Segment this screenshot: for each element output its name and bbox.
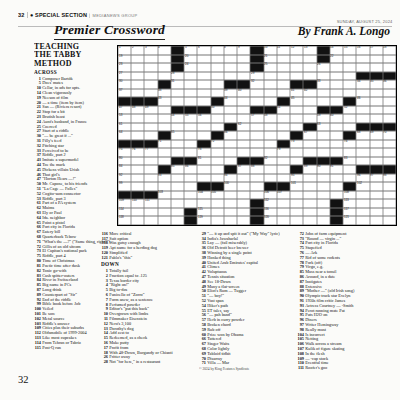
- grid-cell[interactable]: [356, 216, 369, 225]
- grid-cell[interactable]: [211, 157, 224, 166]
- grid-cell[interactable]: [383, 199, 396, 208]
- grid-cell[interactable]: [343, 174, 356, 183]
- grid-cell[interactable]: [290, 157, 303, 166]
- grid-cell[interactable]: 35: [370, 80, 383, 89]
- grid-cell[interactable]: [237, 216, 250, 225]
- grid-cell[interactable]: [277, 72, 290, 81]
- grid-cell[interactable]: [303, 216, 316, 225]
- grid-cell[interactable]: [184, 131, 197, 140]
- grid-cell[interactable]: [250, 191, 263, 200]
- grid-cell[interactable]: [356, 208, 369, 217]
- grid-cell[interactable]: [303, 199, 316, 208]
- grid-cell[interactable]: [144, 131, 157, 140]
- grid-cell[interactable]: [370, 157, 383, 166]
- grid-cell[interactable]: [383, 191, 396, 200]
- grid-cell[interactable]: [330, 191, 343, 200]
- grid-cell[interactable]: [356, 199, 369, 208]
- grid-cell[interactable]: [303, 106, 316, 115]
- grid-cell[interactable]: [237, 131, 250, 140]
- grid-cell[interactable]: [224, 208, 237, 217]
- grid-cell[interactable]: 57: [250, 114, 263, 123]
- grid-cell[interactable]: [343, 165, 356, 174]
- grid-cell[interactable]: [144, 80, 157, 89]
- grid-cell[interactable]: [277, 80, 290, 89]
- grid-cell[interactable]: [290, 114, 303, 123]
- grid-cell[interactable]: [370, 208, 383, 217]
- grid-cell[interactable]: 16: [356, 46, 369, 55]
- grid-cell[interactable]: [184, 123, 197, 132]
- grid-cell[interactable]: [303, 97, 316, 106]
- grid-cell[interactable]: [317, 208, 330, 217]
- grid-cell[interactable]: [171, 140, 184, 149]
- grid-cell[interactable]: 110: [131, 199, 144, 208]
- grid-cell[interactable]: [303, 140, 316, 149]
- grid-cell[interactable]: [237, 140, 250, 149]
- grid-cell[interactable]: 34: [356, 80, 369, 89]
- grid-cell[interactable]: [144, 208, 157, 217]
- grid-cell[interactable]: [211, 80, 224, 89]
- grid-cell[interactable]: [303, 114, 316, 123]
- grid-cell[interactable]: [171, 174, 184, 183]
- grid-cell[interactable]: [303, 182, 316, 191]
- grid-cell[interactable]: 93: [158, 174, 171, 183]
- grid-cell[interactable]: [197, 97, 210, 106]
- grid-cell[interactable]: [370, 140, 383, 149]
- grid-cell[interactable]: [184, 199, 197, 208]
- grid-cell[interactable]: 9: [237, 46, 250, 55]
- grid-cell[interactable]: [224, 191, 237, 200]
- grid-cell[interactable]: 68: [356, 131, 369, 140]
- grid-cell[interactable]: 103: [158, 191, 171, 200]
- grid-cell[interactable]: 107: [277, 191, 290, 200]
- grid-cell[interactable]: 102: [356, 182, 369, 191]
- grid-cell[interactable]: [131, 72, 144, 81]
- grid-cell[interactable]: [277, 131, 290, 140]
- grid-cell[interactable]: 66: [224, 131, 237, 140]
- grid-cell[interactable]: 54: [171, 114, 184, 123]
- grid-cell[interactable]: 79: [277, 148, 290, 157]
- grid-cell[interactable]: [144, 123, 157, 132]
- grid-cell[interactable]: [330, 97, 343, 106]
- grid-cell[interactable]: [303, 72, 316, 81]
- grid-cell[interactable]: [131, 55, 144, 64]
- grid-cell[interactable]: [383, 106, 396, 115]
- grid-cell[interactable]: [317, 89, 330, 98]
- grid-cell[interactable]: [343, 72, 356, 81]
- grid-cell[interactable]: [250, 182, 263, 191]
- grid-cell[interactable]: 33: [317, 80, 330, 89]
- grid-cell[interactable]: 86: [184, 165, 197, 174]
- grid-cell[interactable]: 81: [197, 157, 210, 166]
- grid-cell[interactable]: [264, 131, 277, 140]
- grid-cell[interactable]: 91: [330, 165, 343, 174]
- grid-cell[interactable]: [131, 123, 144, 132]
- grid-cell[interactable]: 62: [237, 123, 250, 132]
- grid-cell[interactable]: [131, 89, 144, 98]
- grid-cell[interactable]: 3: [144, 46, 157, 55]
- grid-cell[interactable]: [343, 55, 356, 64]
- grid-cell[interactable]: 70: [383, 131, 396, 140]
- grid-cell[interactable]: [277, 174, 290, 183]
- grid-cell[interactable]: [330, 131, 343, 140]
- grid-cell[interactable]: [330, 140, 343, 149]
- grid-cell[interactable]: [303, 148, 316, 157]
- grid-cell[interactable]: [356, 140, 369, 149]
- grid-cell[interactable]: [131, 216, 144, 225]
- grid-cell[interactable]: [317, 97, 330, 106]
- grid-cell[interactable]: [144, 55, 157, 64]
- grid-cell[interactable]: 45: [290, 97, 303, 106]
- grid-cell[interactable]: 58: [264, 114, 277, 123]
- grid-cell[interactable]: 46: [356, 97, 369, 106]
- grid-cell[interactable]: 73: [290, 140, 303, 149]
- grid-cell[interactable]: [370, 55, 383, 64]
- grid-cell[interactable]: 52: [343, 106, 356, 115]
- grid-cell[interactable]: [330, 123, 343, 132]
- grid-cell[interactable]: [211, 216, 224, 225]
- grid-cell[interactable]: [131, 80, 144, 89]
- grid-cell[interactable]: [158, 216, 171, 225]
- grid-cell[interactable]: 119: [197, 216, 210, 225]
- grid-cell[interactable]: [356, 106, 369, 115]
- grid-cell[interactable]: [303, 63, 316, 72]
- grid-cell[interactable]: [370, 106, 383, 115]
- grid-cell[interactable]: [277, 199, 290, 208]
- grid-cell[interactable]: [158, 114, 171, 123]
- grid-cell[interactable]: [383, 148, 396, 157]
- grid-cell[interactable]: 37: [118, 89, 131, 98]
- grid-cell[interactable]: [383, 208, 396, 217]
- grid-cell[interactable]: [131, 174, 144, 183]
- grid-cell[interactable]: [144, 114, 157, 123]
- grid-cell[interactable]: 118: [118, 216, 131, 225]
- grid-cell[interactable]: [264, 97, 277, 106]
- grid-cell[interactable]: [131, 157, 144, 166]
- grid-cell[interactable]: [290, 191, 303, 200]
- grid-cell[interactable]: [144, 157, 157, 166]
- grid-cell[interactable]: [211, 123, 224, 132]
- grid-cell[interactable]: [144, 72, 157, 81]
- grid-cell[interactable]: [330, 72, 343, 81]
- grid-cell[interactable]: [237, 199, 250, 208]
- grid-cell[interactable]: [277, 114, 290, 123]
- grid-cell[interactable]: 18: [383, 46, 396, 55]
- grid-cell[interactable]: [144, 174, 157, 183]
- grid-cell[interactable]: [383, 182, 396, 191]
- grid-cell[interactable]: 120: [264, 216, 277, 225]
- grid-cell[interactable]: [224, 140, 237, 149]
- grid-cell[interactable]: [250, 89, 263, 98]
- grid-cell[interactable]: [237, 55, 250, 64]
- grid-cell[interactable]: 22: [330, 55, 343, 64]
- grid-cell[interactable]: [290, 208, 303, 217]
- grid-cell[interactable]: [356, 55, 369, 64]
- grid-cell[interactable]: [224, 106, 237, 115]
- grid-cell[interactable]: [197, 174, 210, 183]
- grid-cell[interactable]: [237, 174, 250, 183]
- grid-cell[interactable]: 13: [303, 46, 316, 55]
- grid-cell[interactable]: [370, 191, 383, 200]
- grid-cell[interactable]: 32: [250, 80, 263, 89]
- grid-cell[interactable]: 74: [343, 140, 356, 149]
- grid-cell[interactable]: [158, 72, 171, 81]
- grid-cell[interactable]: [317, 148, 330, 157]
- grid-cell[interactable]: [383, 89, 396, 98]
- grid-cell[interactable]: [131, 63, 144, 72]
- grid-cell[interactable]: [250, 148, 263, 157]
- grid-cell[interactable]: [211, 63, 224, 72]
- grid-cell[interactable]: [184, 140, 197, 149]
- grid-cell[interactable]: [158, 208, 171, 217]
- grid-cell[interactable]: 8: [224, 46, 237, 55]
- grid-cell[interactable]: [264, 80, 277, 89]
- grid-cell[interactable]: [171, 216, 184, 225]
- grid-cell[interactable]: [264, 174, 277, 183]
- grid-cell[interactable]: [158, 199, 171, 208]
- grid-cell[interactable]: [303, 191, 316, 200]
- grid-cell[interactable]: 12: [290, 46, 303, 55]
- grid-cell[interactable]: 42: [303, 89, 316, 98]
- grid-cell[interactable]: [330, 89, 343, 98]
- grid-cell[interactable]: [290, 55, 303, 64]
- grid-cell[interactable]: [356, 191, 369, 200]
- grid-cell[interactable]: 31: [171, 80, 184, 89]
- grid-cell[interactable]: 99: [118, 182, 131, 191]
- grid-cell[interactable]: [290, 216, 303, 225]
- grid-cell[interactable]: [264, 140, 277, 149]
- grid-cell[interactable]: [330, 182, 343, 191]
- grid-cell[interactable]: [277, 89, 290, 98]
- grid-cell[interactable]: 111: [144, 199, 157, 208]
- grid-cell[interactable]: [277, 165, 290, 174]
- grid-cell[interactable]: 77: [144, 148, 157, 157]
- grid-cell[interactable]: [370, 63, 383, 72]
- grid-cell[interactable]: [171, 97, 184, 106]
- grid-cell[interactable]: [224, 72, 237, 81]
- grid-cell[interactable]: [224, 157, 237, 166]
- grid-cell[interactable]: 83: [343, 157, 356, 166]
- grid-cell[interactable]: 60: [330, 114, 343, 123]
- grid-cell[interactable]: 90: [317, 165, 330, 174]
- grid-cell[interactable]: [211, 174, 224, 183]
- grid-cell[interactable]: [197, 55, 210, 64]
- grid-cell[interactable]: [184, 182, 197, 191]
- grid-cell[interactable]: [171, 191, 184, 200]
- grid-cell[interactable]: [224, 63, 237, 72]
- grid-cell[interactable]: [171, 208, 184, 217]
- grid-cell[interactable]: 48: [131, 106, 144, 115]
- grid-cell[interactable]: [356, 63, 369, 72]
- grid-cell[interactable]: 67: [303, 131, 316, 140]
- grid-cell[interactable]: 2: [131, 46, 144, 55]
- grid-cell[interactable]: [317, 174, 330, 183]
- grid-cell[interactable]: [330, 80, 343, 89]
- grid-cell[interactable]: [277, 63, 290, 72]
- grid-cell[interactable]: 87: [237, 165, 250, 174]
- grid-cell[interactable]: [317, 216, 330, 225]
- grid-cell[interactable]: [356, 114, 369, 123]
- grid-cell[interactable]: [303, 174, 316, 183]
- grid-cell[interactable]: 104: [197, 191, 210, 200]
- grid-cell[interactable]: [383, 157, 396, 166]
- grid-cell[interactable]: [197, 165, 210, 174]
- grid-cell[interactable]: [131, 182, 144, 191]
- grid-cell[interactable]: 50: [211, 106, 224, 115]
- grid-cell[interactable]: [184, 80, 197, 89]
- grid-cell[interactable]: 36: [383, 80, 396, 89]
- grid-cell[interactable]: [144, 89, 157, 98]
- grid-cell[interactable]: [264, 72, 277, 81]
- grid-cell[interactable]: [197, 89, 210, 98]
- grid-cell[interactable]: [158, 123, 171, 132]
- grid-cell[interactable]: [317, 140, 330, 149]
- grid-cell[interactable]: [197, 131, 210, 140]
- grid-cell[interactable]: [184, 191, 197, 200]
- grid-cell[interactable]: [356, 148, 369, 157]
- grid-cell[interactable]: [224, 55, 237, 64]
- grid-cell[interactable]: 64: [118, 131, 131, 140]
- grid-cell[interactable]: [370, 182, 383, 191]
- grid-cell[interactable]: 88: [250, 165, 263, 174]
- grid-cell[interactable]: [383, 216, 396, 225]
- grid-cell[interactable]: 4: [158, 46, 171, 55]
- grid-cell[interactable]: [383, 55, 396, 64]
- grid-cell[interactable]: [356, 157, 369, 166]
- grid-cell[interactable]: [158, 55, 171, 64]
- grid-cell[interactable]: [158, 63, 171, 72]
- grid-cell[interactable]: [343, 114, 356, 123]
- grid-cell[interactable]: 56: [197, 114, 210, 123]
- grid-cell[interactable]: [250, 97, 263, 106]
- grid-cell[interactable]: [370, 97, 383, 106]
- grid-cell[interactable]: [144, 165, 157, 174]
- grid-cell[interactable]: [303, 208, 316, 217]
- grid-cell[interactable]: 101: [290, 182, 303, 191]
- grid-cell[interactable]: [250, 123, 263, 132]
- grid-cell[interactable]: [184, 174, 197, 183]
- grid-cell[interactable]: [277, 157, 290, 166]
- grid-cell[interactable]: [237, 148, 250, 157]
- grid-cell[interactable]: [383, 140, 396, 149]
- grid-cell[interactable]: 69: [370, 131, 383, 140]
- grid-cell[interactable]: 55: [184, 114, 197, 123]
- grid-cell[interactable]: [184, 148, 197, 157]
- grid-cell[interactable]: [211, 72, 224, 81]
- grid-cell[interactable]: [131, 131, 144, 140]
- grid-cell[interactable]: [224, 114, 237, 123]
- grid-cell[interactable]: [277, 216, 290, 225]
- grid-cell[interactable]: [131, 114, 144, 123]
- grid-cell[interactable]: [184, 89, 197, 98]
- grid-cell[interactable]: [383, 97, 396, 106]
- grid-cell[interactable]: 24: [184, 63, 197, 72]
- grid-cell[interactable]: [158, 157, 171, 166]
- grid-cell[interactable]: 98: [383, 174, 396, 183]
- grid-cell[interactable]: [224, 216, 237, 225]
- grid-cell[interactable]: [237, 106, 250, 115]
- grid-cell[interactable]: [370, 114, 383, 123]
- grid-cell[interactable]: [158, 106, 171, 115]
- grid-cell[interactable]: 40: [237, 89, 250, 98]
- grid-cell[interactable]: [184, 72, 197, 81]
- grid-cell[interactable]: [131, 165, 144, 174]
- grid-cell[interactable]: 49: [144, 106, 157, 115]
- grid-cell[interactable]: [211, 114, 224, 123]
- grid-cell[interactable]: [171, 182, 184, 191]
- grid-cell[interactable]: [330, 63, 343, 72]
- grid-cell[interactable]: [211, 208, 224, 217]
- grid-cell[interactable]: 43: [158, 97, 171, 106]
- grid-cell[interactable]: 65: [171, 131, 184, 140]
- grid-cell[interactable]: 6: [197, 46, 210, 55]
- grid-cell[interactable]: 25: [264, 63, 277, 72]
- grid-cell[interactable]: 100: [224, 182, 237, 191]
- grid-cell[interactable]: [277, 208, 290, 217]
- grid-cell[interactable]: [303, 55, 316, 64]
- grid-cell[interactable]: 63: [317, 123, 330, 132]
- grid-cell[interactable]: [197, 63, 210, 72]
- grid-cell[interactable]: [370, 199, 383, 208]
- grid-cell[interactable]: [383, 63, 396, 72]
- grid-cell[interactable]: 105: [211, 191, 224, 200]
- grid-cell[interactable]: [383, 114, 396, 123]
- grid-cell[interactable]: 72: [211, 140, 224, 149]
- grid-cell[interactable]: [317, 182, 330, 191]
- grid-cell[interactable]: [317, 131, 330, 140]
- grid-cell[interactable]: [171, 199, 184, 208]
- grid-cell[interactable]: [237, 63, 250, 72]
- grid-cell[interactable]: [237, 97, 250, 106]
- grid-cell[interactable]: [171, 148, 184, 157]
- grid-cell[interactable]: [370, 148, 383, 157]
- grid-cell[interactable]: [290, 123, 303, 132]
- grid-cell[interactable]: [237, 72, 250, 81]
- grid-cell[interactable]: [144, 182, 157, 191]
- grid-cell[interactable]: [264, 165, 277, 174]
- grid-cell[interactable]: [330, 148, 343, 157]
- grid-cell[interactable]: [197, 72, 210, 81]
- grid-cell[interactable]: [237, 182, 250, 191]
- grid-cell[interactable]: 11: [277, 46, 290, 55]
- grid-cell[interactable]: [131, 208, 144, 217]
- grid-cell[interactable]: [290, 199, 303, 208]
- grid-cell[interactable]: [211, 89, 224, 98]
- grid-cell[interactable]: [343, 63, 356, 72]
- grid-cell[interactable]: [277, 55, 290, 64]
- grid-cell[interactable]: [224, 148, 237, 157]
- grid-cell[interactable]: [370, 216, 383, 225]
- grid-cell[interactable]: [144, 216, 157, 225]
- grid-cell[interactable]: 89: [303, 165, 316, 174]
- grid-cell[interactable]: [144, 63, 157, 72]
- grid-cell[interactable]: 97: [370, 174, 383, 183]
- grid-cell[interactable]: [197, 80, 210, 89]
- grid-cell[interactable]: 121: [343, 216, 356, 225]
- grid-cell[interactable]: [237, 191, 250, 200]
- grid-cell[interactable]: [250, 131, 263, 140]
- grid-cell[interactable]: [290, 63, 303, 72]
- grid-cell[interactable]: [171, 89, 184, 98]
- grid-cell[interactable]: [250, 174, 263, 183]
- grid-cell[interactable]: [250, 140, 263, 149]
- grid-cell[interactable]: [211, 148, 224, 157]
- grid-cell[interactable]: 7: [211, 46, 224, 55]
- grid-cell[interactable]: [330, 174, 343, 183]
- grid-cell[interactable]: [211, 165, 224, 174]
- grid-cell[interactable]: [264, 123, 277, 132]
- grid-cell[interactable]: [197, 123, 210, 132]
- grid-cell[interactable]: 44: [224, 97, 237, 106]
